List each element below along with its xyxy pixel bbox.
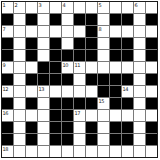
clue-number-12: 12 <box>3 86 8 92</box>
white-cell-r9c8[interactable] <box>98 110 109 121</box>
clue-number-16: 16 <box>3 110 8 116</box>
white-cell-r2c8[interactable]: 8 <box>98 26 109 37</box>
white-cell-r2c4[interactable] <box>50 26 61 37</box>
white-cell-r5c8[interactable] <box>98 62 109 73</box>
black-cell-r2c7 <box>86 26 97 37</box>
white-cell-r3c11[interactable] <box>134 38 145 49</box>
white-cell-r0c6[interactable] <box>74 2 85 13</box>
white-cell-r7c7[interactable] <box>86 86 97 97</box>
white-cell-r12c8[interactable] <box>98 146 109 157</box>
black-cell-r1c9 <box>110 14 121 25</box>
black-cell-r6c7 <box>86 74 97 85</box>
clue-number-17: 17 <box>75 110 80 116</box>
white-cell-r2c0[interactable]: 7 <box>2 26 13 37</box>
white-cell-r4c8[interactable] <box>98 50 109 61</box>
black-cell-r6c10 <box>122 74 133 85</box>
black-cell-r6c9 <box>110 74 121 85</box>
white-cell-r9c7[interactable] <box>86 110 97 121</box>
white-cell-r2c10[interactable] <box>122 26 133 37</box>
white-cell-r12c1[interactable] <box>14 146 25 157</box>
white-cell-r9c6[interactable]: 17 <box>74 110 85 121</box>
white-cell-r5c9[interactable] <box>110 62 121 73</box>
clue-number-11: 11 <box>75 62 80 68</box>
black-cell-r11c0 <box>2 134 13 145</box>
black-cell-r10c12 <box>146 122 157 133</box>
white-cell-r9c0[interactable]: 16 <box>2 110 13 121</box>
clue-number-1: 1 <box>3 2 6 8</box>
white-cell-r12c0[interactable]: 18 <box>2 146 13 157</box>
white-cell-r7c12[interactable] <box>146 86 157 97</box>
black-cell-r8c5 <box>62 98 73 109</box>
white-cell-r10c11[interactable] <box>134 122 145 133</box>
black-cell-r6c8 <box>98 74 109 85</box>
clue-number-5: 5 <box>99 2 102 8</box>
white-cell-r3c8[interactable] <box>98 38 109 49</box>
black-cell-r1c6 <box>74 14 85 25</box>
white-cell-r7c10[interactable]: 14 <box>122 86 133 97</box>
white-cell-r0c7[interactable] <box>86 2 97 13</box>
white-cell-r12c6[interactable] <box>74 146 85 157</box>
white-cell-r2c12[interactable] <box>146 26 157 37</box>
white-cell-r9c1[interactable] <box>14 110 25 121</box>
black-cell-r8c7 <box>86 98 97 109</box>
white-cell-r2c6[interactable] <box>74 26 85 37</box>
clue-number-3: 3 <box>39 2 42 8</box>
clue-number-6: 6 <box>135 2 138 8</box>
white-cell-r6c11[interactable] <box>134 74 145 85</box>
black-cell-r3c10 <box>122 38 133 49</box>
white-cell-r0c9[interactable] <box>110 2 121 13</box>
white-cell-r12c3[interactable] <box>38 146 49 157</box>
clue-number-7: 7 <box>3 26 6 32</box>
black-cell-r6c2 <box>26 74 37 85</box>
white-cell-r0c3[interactable]: 3 <box>38 2 49 13</box>
black-cell-r11c7 <box>86 134 97 145</box>
white-cell-r1c1[interactable] <box>14 14 25 25</box>
black-cell-r6c12 <box>146 74 157 85</box>
white-cell-r2c1[interactable] <box>14 26 25 37</box>
black-cell-r5c4 <box>50 62 61 73</box>
black-cell-r11c5 <box>62 134 73 145</box>
white-cell-r12c9[interactable] <box>110 146 121 157</box>
white-cell-r7c4[interactable] <box>50 86 61 97</box>
white-cell-r5c10[interactable] <box>122 62 133 73</box>
black-cell-r8c12 <box>146 98 157 109</box>
clue-number-15: 15 <box>99 98 104 104</box>
white-cell-r2c9[interactable] <box>110 26 121 37</box>
white-cell-r2c3[interactable] <box>38 26 49 37</box>
black-cell-r8c4 <box>50 98 61 109</box>
white-cell-r8c11[interactable] <box>134 98 145 109</box>
white-cell-r6c1[interactable] <box>14 74 25 85</box>
clue-number-18: 18 <box>3 146 8 152</box>
black-cell-r11c2 <box>26 134 37 145</box>
black-cell-r10c5 <box>62 122 73 133</box>
white-cell-r12c4[interactable] <box>50 146 61 157</box>
white-cell-r3c5[interactable] <box>62 38 73 49</box>
white-cell-r0c11[interactable]: 6 <box>134 2 145 13</box>
black-cell-r1c2 <box>26 14 37 25</box>
black-cell-r8c0 <box>2 98 13 109</box>
black-cell-r1c10 <box>122 14 133 25</box>
white-cell-r7c6[interactable] <box>74 86 85 97</box>
white-cell-r1c11[interactable] <box>134 14 145 25</box>
white-cell-r0c4[interactable] <box>50 2 61 13</box>
white-cell-r10c1[interactable] <box>14 122 25 133</box>
black-cell-r10c10 <box>122 122 133 133</box>
white-cell-r5c5[interactable]: 10 <box>62 62 73 73</box>
black-cell-r4c4 <box>50 50 61 61</box>
white-cell-r8c1[interactable] <box>14 98 25 109</box>
black-cell-r10c9 <box>110 122 121 133</box>
white-cell-r7c5[interactable] <box>62 86 73 97</box>
white-cell-r7c0[interactable]: 12 <box>2 86 13 97</box>
black-cell-r11c10 <box>122 134 133 145</box>
white-cell-r11c1[interactable] <box>14 134 25 145</box>
white-cell-r12c11[interactable] <box>134 146 145 157</box>
white-cell-r5c7[interactable] <box>86 62 97 73</box>
white-cell-r9c3[interactable] <box>38 110 49 121</box>
black-cell-r4c12 <box>146 50 157 61</box>
white-cell-r12c2[interactable] <box>26 146 37 157</box>
black-cell-r3c9 <box>110 38 121 49</box>
white-cell-r7c1[interactable] <box>14 86 25 97</box>
black-cell-r10c0 <box>2 122 13 133</box>
white-cell-r10c6[interactable] <box>74 122 85 133</box>
black-cell-r11c12 <box>146 134 157 145</box>
white-cell-r11c6[interactable] <box>74 134 85 145</box>
black-cell-r4c6 <box>74 50 85 61</box>
white-cell-r9c12[interactable] <box>146 110 157 121</box>
white-cell-r4c3[interactable] <box>38 50 49 61</box>
white-cell-r9c9[interactable] <box>110 110 121 121</box>
white-cell-r5c0[interactable]: 9 <box>2 62 13 73</box>
clue-number-4: 4 <box>63 2 66 8</box>
clue-number-2: 2 <box>15 2 18 8</box>
black-cell-r7c9 <box>110 86 121 97</box>
black-cell-r8c6 <box>74 98 85 109</box>
white-cell-r0c10[interactable] <box>122 2 133 13</box>
clue-number-14: 14 <box>123 86 128 92</box>
white-cell-r9c11[interactable] <box>134 110 145 121</box>
crossword-grid: 123456789101112131415161718 <box>1 1 158 158</box>
black-cell-r8c10 <box>122 98 133 109</box>
white-cell-r1c3[interactable] <box>38 14 49 25</box>
black-cell-r1c7 <box>86 14 97 25</box>
white-cell-r6c6[interactable] <box>74 74 85 85</box>
white-cell-r12c10[interactable] <box>122 146 133 157</box>
black-cell-r4c0 <box>2 50 13 61</box>
clue-number-9: 9 <box>3 62 6 68</box>
black-cell-r9c4 <box>50 110 61 121</box>
white-cell-r5c6[interactable]: 11 <box>74 62 85 73</box>
black-cell-r4c9 <box>110 50 121 61</box>
white-cell-r0c1[interactable]: 2 <box>14 2 25 13</box>
white-cell-r4c1[interactable] <box>14 50 25 61</box>
black-cell-r4c10 <box>122 50 133 61</box>
clue-number-8: 8 <box>99 26 102 32</box>
black-cell-r6c3 <box>38 74 49 85</box>
white-cell-r11c8[interactable] <box>98 134 109 145</box>
white-cell-r4c11[interactable] <box>134 50 145 61</box>
white-cell-r1c8[interactable] <box>98 14 109 25</box>
black-cell-r6c4 <box>50 74 61 85</box>
white-cell-r5c11[interactable] <box>134 62 145 73</box>
white-cell-r9c10[interactable] <box>122 110 133 121</box>
black-cell-r3c4 <box>50 38 61 49</box>
white-cell-r10c3[interactable] <box>38 122 49 133</box>
white-cell-r0c12[interactable] <box>146 2 157 13</box>
black-cell-r3c2 <box>26 38 37 49</box>
white-cell-r12c5[interactable] <box>62 146 73 157</box>
white-cell-r8c3[interactable] <box>38 98 49 109</box>
white-cell-r8c8[interactable]: 15 <box>98 98 109 109</box>
white-cell-r7c3[interactable]: 13 <box>38 86 49 97</box>
black-cell-r4c2 <box>26 50 37 61</box>
white-cell-r2c11[interactable] <box>134 26 145 37</box>
black-cell-r1c0 <box>2 14 13 25</box>
white-cell-r5c1[interactable] <box>14 62 25 73</box>
black-cell-r5c3 <box>38 62 49 73</box>
white-cell-r0c0[interactable]: 1 <box>2 2 13 13</box>
white-cell-r0c8[interactable]: 5 <box>98 2 109 13</box>
white-cell-r7c11[interactable] <box>134 86 145 97</box>
black-cell-r10c7 <box>86 122 97 133</box>
white-cell-r1c5[interactable] <box>62 14 73 25</box>
black-cell-r10c4 <box>50 122 61 133</box>
black-cell-r3c12 <box>146 38 157 49</box>
white-cell-r7c2[interactable] <box>26 86 37 97</box>
black-cell-r10c2 <box>26 122 37 133</box>
white-cell-r0c2[interactable] <box>26 2 37 13</box>
black-cell-r3c0 <box>2 38 13 49</box>
black-cell-r11c4 <box>50 134 61 145</box>
white-cell-r12c12[interactable] <box>146 146 157 157</box>
white-cell-r3c1[interactable] <box>14 38 25 49</box>
black-cell-r11c9 <box>110 134 121 145</box>
white-cell-r9c2[interactable] <box>26 110 37 121</box>
black-cell-r4c7 <box>86 50 97 61</box>
black-cell-r6c0 <box>2 74 13 85</box>
black-cell-r1c12 <box>146 14 157 25</box>
black-cell-r6c5 <box>62 74 73 85</box>
black-cell-r7c8 <box>98 86 109 97</box>
black-cell-r9c5 <box>62 110 73 121</box>
black-cell-r1c4 <box>50 14 61 25</box>
white-cell-r0c5[interactable]: 4 <box>62 2 73 13</box>
white-cell-r11c11[interactable] <box>134 134 145 145</box>
clue-number-13: 13 <box>39 86 44 92</box>
white-cell-r11c3[interactable] <box>38 134 49 145</box>
white-cell-r12c7[interactable] <box>86 146 97 157</box>
white-cell-r3c3[interactable] <box>38 38 49 49</box>
white-cell-r5c2[interactable] <box>26 62 37 73</box>
clue-number-10: 10 <box>63 62 68 68</box>
white-cell-r2c5[interactable] <box>62 26 73 37</box>
black-cell-r3c6 <box>74 38 85 49</box>
white-cell-r5c12[interactable] <box>146 62 157 73</box>
white-cell-r2c2[interactable] <box>26 26 37 37</box>
black-cell-r8c9 <box>110 98 121 109</box>
black-cell-r8c2 <box>26 98 37 109</box>
black-cell-r3c7 <box>86 38 97 49</box>
black-cell-r4c5 <box>62 50 73 61</box>
white-cell-r10c8[interactable] <box>98 122 109 133</box>
